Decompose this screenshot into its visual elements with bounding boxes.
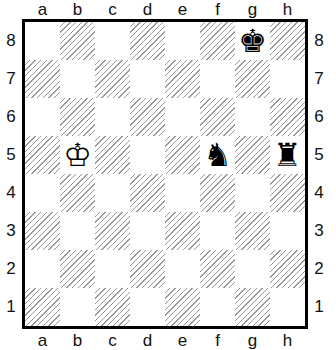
square-f1[interactable] [200,288,235,326]
square-g6[interactable] [235,98,270,136]
rank-label-right-8: 8 [308,22,330,60]
square-g2[interactable] [235,250,270,288]
square-h8[interactable] [270,22,305,60]
rank-label-left-1: 1 [0,288,22,326]
square-g4[interactable] [235,174,270,212]
square-e6[interactable] [165,98,200,136]
square-f5[interactable]: ♞ [200,136,235,174]
square-b8[interactable] [60,22,95,60]
file-label-bottom-d: d [130,331,165,350]
square-f4[interactable] [200,174,235,212]
file-label-bottom-g: g [235,331,270,350]
square-f7[interactable] [200,60,235,98]
square-e7[interactable] [165,60,200,98]
rank-label-right-3: 3 [308,212,330,250]
square-e5[interactable] [165,136,200,174]
square-b2[interactable] [60,250,95,288]
square-d2[interactable] [130,250,165,288]
rank-label-left-2: 2 [0,250,22,288]
square-g1[interactable] [235,288,270,326]
square-b4[interactable] [60,174,95,212]
rank-labels-left: 87654321 [0,22,22,326]
rank-label-right-1: 1 [308,288,330,326]
square-f2[interactable] [200,250,235,288]
square-h7[interactable] [270,60,305,98]
square-a5[interactable] [25,136,60,174]
file-label-top-e: e [165,0,200,19]
rank-label-right-6: 6 [308,98,330,136]
file-label-top-b: b [60,0,95,19]
square-d6[interactable] [130,98,165,136]
square-a8[interactable] [25,22,60,60]
rank-label-right-5: 5 [308,136,330,174]
file-label-bottom-f: f [200,331,235,350]
square-a6[interactable] [25,98,60,136]
square-g5[interactable] [235,136,270,174]
square-b3[interactable] [60,212,95,250]
square-e2[interactable] [165,250,200,288]
square-h6[interactable] [270,98,305,136]
rank-label-left-4: 4 [0,174,22,212]
rank-labels-right: 87654321 [308,22,330,326]
square-g7[interactable] [235,60,270,98]
file-label-bottom-h: h [270,331,305,350]
rank-label-left-6: 6 [0,98,22,136]
square-g8[interactable]: ♚ [235,22,270,60]
square-h1[interactable] [270,288,305,326]
board: ♚♔♞♜ [22,19,308,329]
square-d3[interactable] [130,212,165,250]
square-a3[interactable] [25,212,60,250]
square-d8[interactable] [130,22,165,60]
square-a4[interactable] [25,174,60,212]
square-c4[interactable] [95,174,130,212]
square-c6[interactable] [95,98,130,136]
square-d7[interactable] [130,60,165,98]
square-e3[interactable] [165,212,200,250]
white-king[interactable]: ♔ [60,136,95,174]
file-label-bottom-b: b [60,331,95,350]
file-label-top-c: c [95,0,130,19]
square-c1[interactable] [95,288,130,326]
file-label-top-f: f [200,0,235,19]
rank-label-right-7: 7 [308,60,330,98]
rank-label-left-7: 7 [0,60,22,98]
square-b7[interactable] [60,60,95,98]
square-h4[interactable] [270,174,305,212]
square-d1[interactable] [130,288,165,326]
square-a2[interactable] [25,250,60,288]
rank-label-left-5: 5 [0,136,22,174]
square-h5[interactable]: ♜ [270,136,305,174]
square-b1[interactable] [60,288,95,326]
square-g3[interactable] [235,212,270,250]
square-h2[interactable] [270,250,305,288]
square-d5[interactable] [130,136,165,174]
square-f6[interactable] [200,98,235,136]
file-labels-bottom: abcdefgh [25,331,305,350]
square-e8[interactable] [165,22,200,60]
square-h3[interactable] [270,212,305,250]
file-label-top-d: d [130,0,165,19]
chess-diagram: abcdefgh 87654321 ♚♔♞♜ 87654321 abcdefgh [0,0,336,350]
square-f3[interactable] [200,212,235,250]
black-rook[interactable]: ♜ [270,136,305,174]
square-a1[interactable] [25,288,60,326]
file-labels-top: abcdefgh [25,0,305,19]
file-label-top-h: h [270,0,305,19]
square-e1[interactable] [165,288,200,326]
file-label-top-g: g [235,0,270,19]
rank-label-right-4: 4 [308,174,330,212]
square-c8[interactable] [95,22,130,60]
square-f8[interactable] [200,22,235,60]
file-label-bottom-e: e [165,331,200,350]
square-c7[interactable] [95,60,130,98]
square-a7[interactable] [25,60,60,98]
file-label-bottom-a: a [25,331,60,350]
rank-label-right-2: 2 [308,250,330,288]
square-d4[interactable] [130,174,165,212]
black-king[interactable]: ♚ [235,22,270,60]
square-c5[interactable] [95,136,130,174]
file-label-top-a: a [25,0,60,19]
square-b6[interactable] [60,98,95,136]
square-c3[interactable] [95,212,130,250]
square-e4[interactable] [165,174,200,212]
black-knight[interactable]: ♞ [200,136,235,174]
rank-label-left-8: 8 [0,22,22,60]
square-b5[interactable]: ♔ [60,136,95,174]
rank-label-left-3: 3 [0,212,22,250]
file-label-bottom-c: c [95,331,130,350]
square-c2[interactable] [95,250,130,288]
